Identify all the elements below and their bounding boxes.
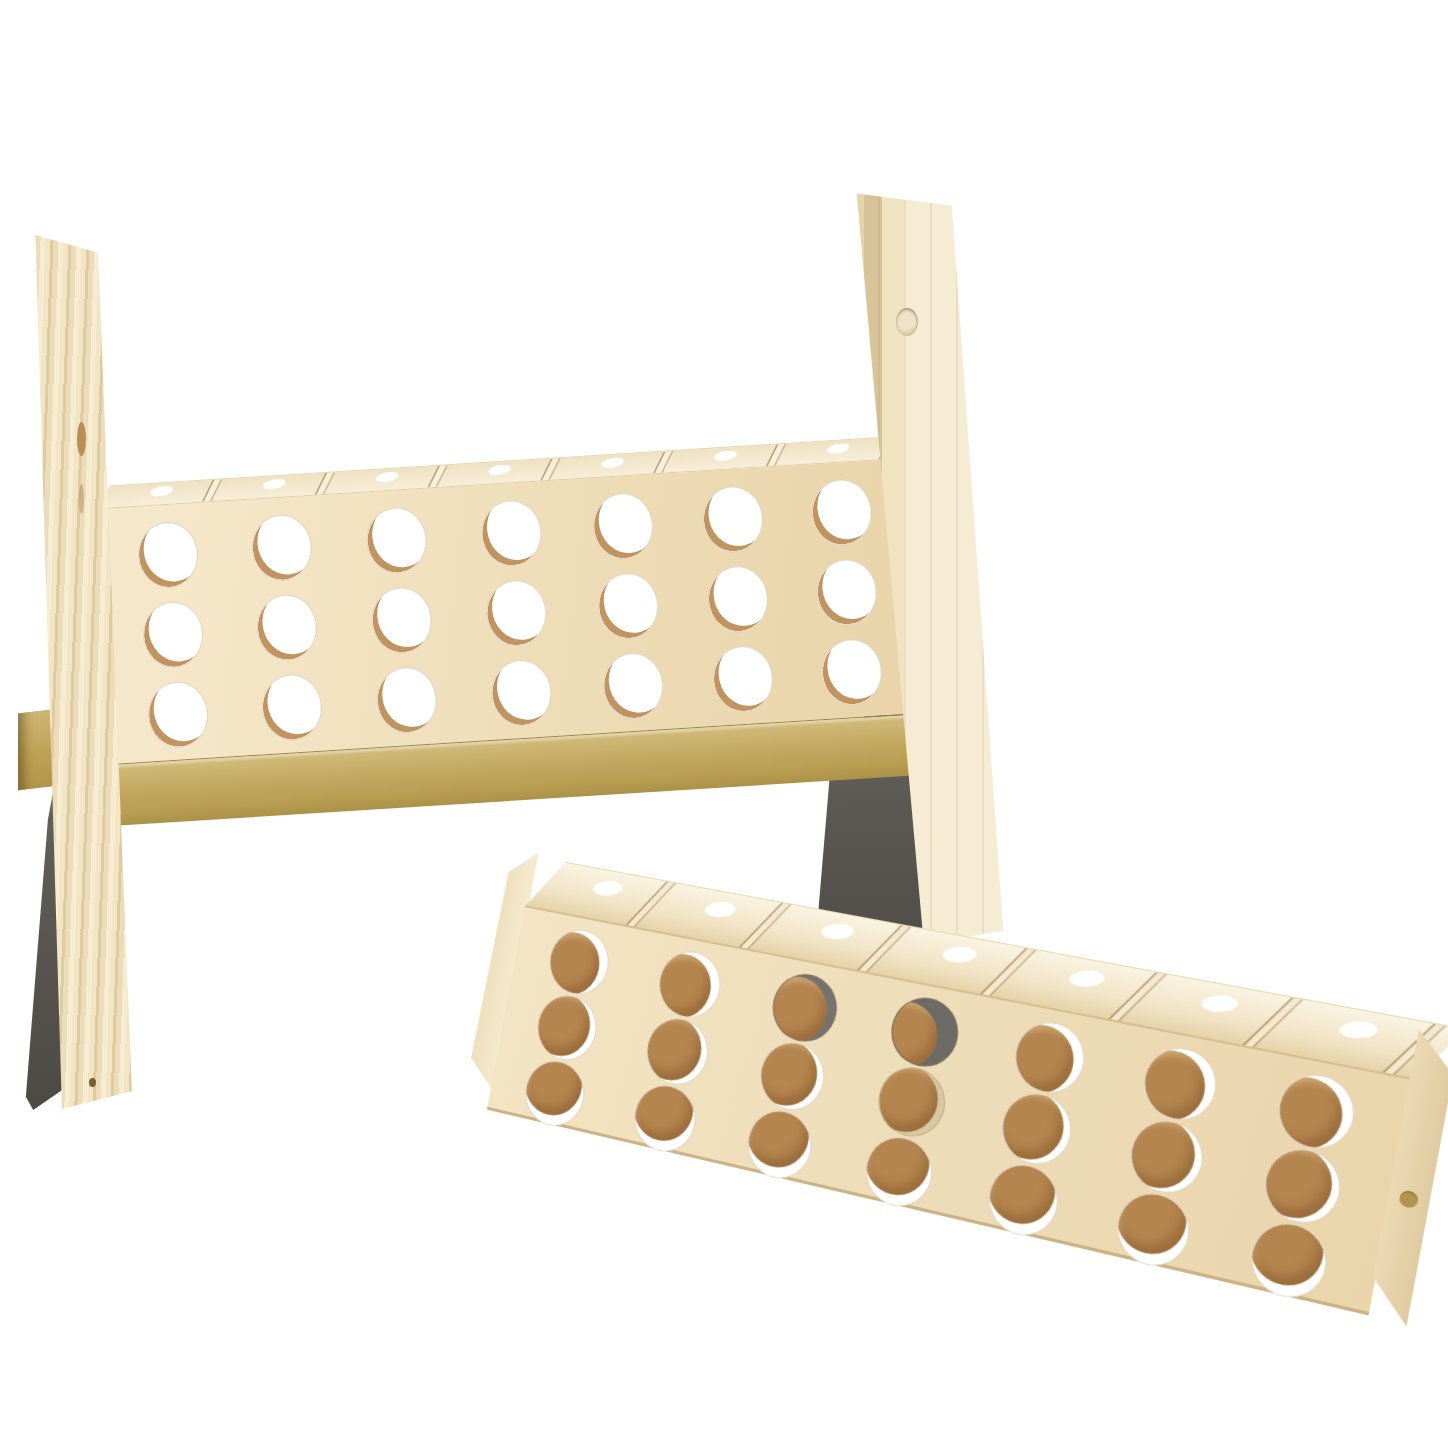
hole-lying_panel-r3-c5 [983,1158,1064,1243]
hole-standing_panel-r3-c6 [711,644,775,714]
hole-standing_panel-r2-c3 [370,586,434,656]
hole-standing_panel-r3-c7 [820,637,884,707]
hole-lying_panel-r1-c5 [1009,1016,1090,1099]
hole-lying_panel-r2-c2 [641,1013,713,1091]
hole-standing_panel-r3-c2 [260,673,324,743]
hole-lying_panel-r3-c4 [860,1131,938,1213]
hole-lying_panel-r2-c7 [1259,1142,1347,1230]
hole-standing_panel-r1-c4 [479,499,543,569]
hole-lying_panel-r1-c2 [654,946,726,1023]
hole-lying_panel-r1-c6 [1138,1042,1222,1127]
hole-lying_panel-r2-c1 [532,990,602,1066]
hole-standing_panel-r3-c1 [146,680,210,750]
hole-standing_panel-r1-c6 [701,485,765,555]
hole-lying_panel-r1-c4 [886,992,964,1073]
hole-standing_panel-r1-c1 [136,520,200,590]
hole-lying_panel-r2-c4 [873,1061,951,1143]
hole-lying_panel-r1-c7 [1272,1068,1360,1155]
hole-lying_panel-r3-c3 [742,1104,817,1184]
hole-standing_panel-r2-c6 [706,564,770,634]
hole-standing_panel-r2-c2 [255,593,319,663]
standing-panel [98,436,918,826]
hole-lying_panel-r1-c1 [544,925,614,1000]
gold-dowel-hole [1398,1189,1419,1209]
hole-standing_panel-r3-c5 [601,651,665,721]
hole-standing_panel-r2-c4 [484,578,548,648]
hole-standing_panel-r2-c1 [141,600,205,670]
hole-standing_panel-r1-c7 [810,478,874,548]
leg-dowel-hole [896,308,918,336]
hole-lying_panel-r2-c5 [996,1087,1077,1171]
hole-standing_panel-r3-c4 [489,658,553,728]
hole-standing_panel-r1-c3 [365,506,429,576]
hole-standing_panel-r2-c7 [815,558,879,628]
hole-lying_panel-r2-c3 [755,1036,830,1116]
standing-panel-front-face [99,458,913,764]
hole-lying_panel-r2-c6 [1125,1114,1209,1200]
hole-lying_panel-r3-c7 [1245,1216,1333,1305]
product-photo-stage [0,0,1448,1448]
hole-standing_panel-r3-c3 [375,665,439,735]
hole-standing_panel-r2-c5 [596,571,660,641]
hole-standing_panel-r1-c2 [250,513,314,583]
hole-standing_panel-r1-c5 [591,491,655,561]
hole-lying_panel-r3-c2 [629,1079,701,1158]
hole-lying_panel-r3-c6 [1111,1186,1195,1273]
hole-lying_panel-r1-c3 [767,969,842,1048]
hole-lying_panel-r3-c1 [520,1055,590,1132]
